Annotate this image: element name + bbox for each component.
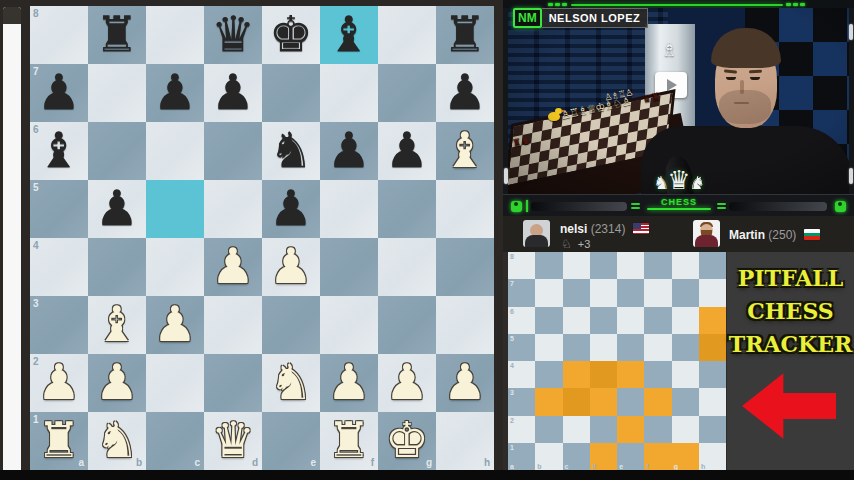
white-piece-b2[interactable]: ♟ <box>88 354 146 412</box>
white-piece-h2[interactable]: ♟ <box>436 354 494 412</box>
black-piece-f6[interactable]: ♟ <box>320 122 378 180</box>
white-piece-a2[interactable]: ♟ <box>30 354 88 412</box>
tracker-square-c3 <box>563 388 590 415</box>
board-square-g7[interactable] <box>378 64 436 122</box>
white-piece-b1[interactable]: ♞ <box>88 412 146 470</box>
frame-edge-light <box>849 168 853 184</box>
board-square-g8[interactable] <box>378 6 436 64</box>
tracker-square-a8: 8 <box>508 252 535 279</box>
black-piece-h7[interactable]: ♟ <box>436 64 494 122</box>
tracker-square-g3 <box>672 388 699 415</box>
black-piece-e6[interactable]: ♞ <box>262 122 320 180</box>
black-piece-g6[interactable]: ♟ <box>378 122 436 180</box>
tracker-square-b5 <box>535 334 562 361</box>
knight-icon: ♘ <box>561 237 572 251</box>
tracker-square-d8 <box>590 252 617 279</box>
tracker-square-f5 <box>644 334 671 361</box>
tracker-square-a1: 1a <box>508 443 535 470</box>
tracker-square-c6 <box>563 307 590 334</box>
tracker-square-f6 <box>644 307 671 334</box>
board-square-b6[interactable] <box>88 122 146 180</box>
green-dash <box>717 203 726 205</box>
board-square-f3[interactable] <box>320 296 378 354</box>
frame-top-bar <box>503 0 854 8</box>
green-indicator <box>786 3 791 6</box>
rank-label: 8 <box>510 253 514 260</box>
webcam-panel: ♗ ♙♗♖♙ ♙♖♗♕♔♗♘♙ ♜♞ ♛♜ <box>503 0 854 216</box>
green-dash <box>717 207 726 209</box>
tracker-square-a7: 7 <box>508 279 535 306</box>
white-piece-g1[interactable]: ♚ <box>378 412 436 470</box>
tracker-square-a3: 3 <box>508 388 535 415</box>
board-square-h4[interactable] <box>436 238 494 296</box>
board-square-c6[interactable] <box>146 122 204 180</box>
tracker-square-c7 <box>563 279 590 306</box>
board-square-a7[interactable]: 7♟ <box>30 64 88 122</box>
board-square-a4[interactable]: 4 <box>30 238 88 296</box>
board-square-c7[interactable]: ♟ <box>146 64 204 122</box>
green-indicator <box>548 3 553 6</box>
us-flag <box>633 223 649 234</box>
file-label: h <box>484 457 490 468</box>
tracker-square-b1: b <box>535 443 562 470</box>
board-square-f5[interactable] <box>320 180 378 238</box>
tracker-square-g4 <box>672 361 699 388</box>
avatar-body <box>695 235 718 247</box>
tracker-square-e8 <box>617 252 644 279</box>
board-square-b4[interactable] <box>88 238 146 296</box>
tracker-square-g6 <box>672 307 699 334</box>
tracker-square-c8 <box>563 252 590 279</box>
board-square-g2[interactable]: ♟ <box>378 354 436 412</box>
green-dash <box>631 207 640 209</box>
tracker-region: 87654321abcdefgh PITFALL CHESS TRACKER <box>503 252 854 470</box>
player-left-rating: (2314) <box>591 222 626 236</box>
black-piece-a6[interactable]: ♝ <box>30 122 88 180</box>
tracker-square-f4 <box>644 361 671 388</box>
board-square-a6[interactable]: 6♝ <box>30 122 88 180</box>
board-square-h2[interactable]: ♟ <box>436 354 494 412</box>
white-piece-d4[interactable]: ♟ <box>204 238 262 296</box>
rank-label: 3 <box>510 389 514 396</box>
tracker-square-h2 <box>699 416 726 443</box>
avatar-body <box>525 235 548 247</box>
bottom-black-bar <box>0 470 854 480</box>
tracker-square-b4 <box>535 361 562 388</box>
green-indicator <box>800 3 805 6</box>
rank-label: 1 <box>510 444 514 451</box>
tracker-square-g5 <box>672 334 699 361</box>
rank-label: 7 <box>510 280 514 287</box>
board-square-c2[interactable] <box>146 354 204 412</box>
board-square-g6[interactable]: ♟ <box>378 122 436 180</box>
tracker-square-d7 <box>590 279 617 306</box>
frame-edge-light <box>504 168 508 184</box>
white-piece-a1[interactable]: ♜ <box>30 412 88 470</box>
white-piece-c3[interactable]: ♟ <box>146 296 204 354</box>
pitfall-tracker-board: 87654321abcdefgh <box>508 252 726 470</box>
green-user-icon <box>835 201 846 212</box>
board-square-g3[interactable] <box>378 296 436 354</box>
board-square-g5[interactable] <box>378 180 436 238</box>
tracker-square-e3 <box>617 388 644 415</box>
board-square-e2[interactable]: ♞ <box>262 354 320 412</box>
board-square-h5[interactable] <box>436 180 494 238</box>
chess-logo: ♞♛♞ CHESS <box>643 167 715 210</box>
black-piece-d8[interactable]: ♛ <box>204 6 262 64</box>
tracker-square-g2 <box>672 416 699 443</box>
title-badge: NM <box>513 8 542 28</box>
queen-icon: ♛ <box>667 167 690 193</box>
board-square-d3[interactable] <box>204 296 262 354</box>
players-bar: nelsi (2314) ♘+3 Martin (250) <box>503 216 854 252</box>
tracker-square-f1: f <box>644 443 671 470</box>
streamer-name: NELSON LOPEZ <box>542 8 649 28</box>
title-line-2: CHESS <box>727 295 854 328</box>
board-square-d4[interactable]: ♟ <box>204 238 262 296</box>
title-line-3: TRACKER <box>727 328 854 361</box>
black-piece-d7[interactable]: ♟ <box>204 64 262 122</box>
white-piece-h6[interactable]: ♝ <box>436 122 494 180</box>
board-square-e1[interactable]: e <box>262 412 320 470</box>
knight-icon: ♞ <box>689 170 705 196</box>
tracker-square-e7 <box>617 279 644 306</box>
tracker-square-b8 <box>535 252 562 279</box>
board-square-e5[interactable]: ♟ <box>262 180 320 238</box>
tracker-square-h6 <box>699 307 726 334</box>
player-right-rating: (250) <box>768 228 796 242</box>
board-square-e8[interactable]: ♚ <box>262 6 320 64</box>
tracker-square-b2 <box>535 416 562 443</box>
frame-edge-light <box>849 24 853 40</box>
tracker-square-f7 <box>644 279 671 306</box>
board-square-h7[interactable]: ♟ <box>436 64 494 122</box>
rank-label: 5 <box>33 182 39 193</box>
logo-glow-line <box>647 208 711 210</box>
tracker-square-a5: 5 <box>508 334 535 361</box>
tracker-square-b3 <box>535 388 562 415</box>
white-piece-e4[interactable]: ♟ <box>262 238 320 296</box>
black-piece-e8[interactable]: ♚ <box>262 6 320 64</box>
tracker-square-f2 <box>644 416 671 443</box>
board-square-b1[interactable]: b♞ <box>88 412 146 470</box>
tracker-square-a6: 6 <box>508 307 535 334</box>
rank-label: 6 <box>510 308 514 315</box>
black-piece-h8[interactable]: ♜ <box>436 6 494 64</box>
white-piece-f1[interactable]: ♜ <box>320 412 378 470</box>
tracker-square-d6 <box>590 307 617 334</box>
tracker-title: PITFALL CHESS TRACKER <box>727 262 854 361</box>
green-indicator <box>793 3 798 6</box>
green-tick <box>526 200 528 212</box>
tracker-square-d3 <box>590 388 617 415</box>
file-label: e <box>310 457 316 468</box>
black-piece-f8[interactable]: ♝ <box>320 6 378 64</box>
file-label: c <box>194 457 200 468</box>
board-square-h1[interactable]: h <box>436 412 494 470</box>
eval-black-portion <box>3 7 21 24</box>
board-square-b7[interactable] <box>88 64 146 122</box>
board-square-e7[interactable] <box>262 64 320 122</box>
board-square-d2[interactable] <box>204 354 262 412</box>
tracker-square-d2 <box>590 416 617 443</box>
board-square-g4[interactable] <box>378 238 436 296</box>
logo-text: CHESS <box>643 197 715 207</box>
board-square-d1[interactable]: d♛ <box>204 412 262 470</box>
tracker-square-c1: c <box>563 443 590 470</box>
delta-value: +3 <box>578 238 591 250</box>
board-square-c8[interactable] <box>146 6 204 64</box>
board-square-g1[interactable]: g♚ <box>378 412 436 470</box>
white-piece-f2[interactable]: ♟ <box>320 354 378 412</box>
tracker-square-h1: h <box>699 443 726 470</box>
player-left-name: nelsi <box>560 222 587 236</box>
board-square-b5[interactable]: ♟ <box>88 180 146 238</box>
tracker-square-a4: 4 <box>508 361 535 388</box>
chess-board[interactable]: 8♜♛♚♝♜7♟♟♟♟6♝♞♟♟♝5♟♟4♟♟3♝♟2♟♟♞♟♟♟1a♜b♞cd… <box>30 6 494 470</box>
green-glow-line <box>571 4 783 6</box>
evaluation-bar: 6.3 <box>3 7 21 480</box>
tracker-square-e6 <box>617 307 644 334</box>
player-right-name: Martin <box>729 228 765 242</box>
rating-delta: ♘+3 <box>561 237 590 251</box>
board-square-h6[interactable]: ♝ <box>436 122 494 180</box>
frame-slot <box>531 202 627 211</box>
stream-frame: 6.3 8♜♛♚♝♜7♟♟♟♟6♝♞♟♟♝5♟♟4♟♟3♝♟2♟♟♞♟♟♟1a♜… <box>0 0 854 480</box>
black-piece-b8[interactable]: ♜ <box>88 6 146 64</box>
rank-label: 3 <box>33 298 39 309</box>
logo-pieces: ♞♛♞ <box>643 167 715 197</box>
tracker-square-e1: e <box>617 443 644 470</box>
tracker-square-c2 <box>563 416 590 443</box>
board-square-e4[interactable]: ♟ <box>262 238 320 296</box>
tracker-square-h8 <box>699 252 726 279</box>
tracker-square-g8 <box>672 252 699 279</box>
avatar-nelsi[interactable] <box>523 220 550 247</box>
tracker-square-e4 <box>617 361 644 388</box>
board-square-h3[interactable] <box>436 296 494 354</box>
board-square-c5[interactable] <box>146 180 204 238</box>
green-dash <box>631 203 640 205</box>
board-square-f7[interactable] <box>320 64 378 122</box>
tracker-square-c4 <box>563 361 590 388</box>
player-right-name-line[interactable]: Martin (250) <box>729 228 820 242</box>
board-square-b2[interactable]: ♟ <box>88 354 146 412</box>
green-indicator <box>562 3 567 6</box>
tracker-square-e2 <box>617 416 644 443</box>
board-square-e3[interactable] <box>262 296 320 354</box>
tracker-square-b7 <box>535 279 562 306</box>
tracker-square-d4 <box>590 361 617 388</box>
white-piece-b3[interactable]: ♝ <box>88 296 146 354</box>
title-line-1: PITFALL <box>727 262 854 295</box>
avatar-martin[interactable] <box>693 220 720 247</box>
board-square-c4[interactable] <box>146 238 204 296</box>
green-indicator <box>555 3 560 6</box>
tracker-square-f3 <box>644 388 671 415</box>
tracker-square-g7 <box>672 279 699 306</box>
rank-label: 4 <box>33 240 39 251</box>
tracker-square-d1: d <box>590 443 617 470</box>
tracker-square-d5 <box>590 334 617 361</box>
board-square-d7[interactable]: ♟ <box>204 64 262 122</box>
tracker-square-h3 <box>699 388 726 415</box>
board-square-f8[interactable]: ♝ <box>320 6 378 64</box>
board-square-f6[interactable]: ♟ <box>320 122 378 180</box>
board-square-c3[interactable]: ♟ <box>146 296 204 354</box>
board-square-h8[interactable]: ♜ <box>436 6 494 64</box>
board-square-f1[interactable]: f♜ <box>320 412 378 470</box>
board-square-a3[interactable]: 3 <box>30 296 88 354</box>
black-piece-b5[interactable]: ♟ <box>88 180 146 238</box>
streamer-name-tag: NM NELSON LOPEZ <box>513 8 648 28</box>
white-piece-g2[interactable]: ♟ <box>378 354 436 412</box>
black-piece-c7[interactable]: ♟ <box>146 64 204 122</box>
tracker-square-h5 <box>699 334 726 361</box>
board-square-a1[interactable]: 1a♜ <box>30 412 88 470</box>
tracker-square-f8 <box>644 252 671 279</box>
tracker-square-g1: g <box>672 443 699 470</box>
board-square-d8[interactable]: ♛ <box>204 6 262 64</box>
frame-bottom-bar: ♞♛♞ CHESS <box>503 194 854 217</box>
white-piece-d1[interactable]: ♛ <box>204 412 262 470</box>
white-piece-e2[interactable]: ♞ <box>262 354 320 412</box>
board-square-d5[interactable] <box>204 180 262 238</box>
tracker-square-h7 <box>699 279 726 306</box>
board-square-c1[interactable]: c <box>146 412 204 470</box>
tracker-square-c5 <box>563 334 590 361</box>
tracker-square-b6 <box>535 307 562 334</box>
player-left-name-line[interactable]: nelsi (2314) <box>560 222 649 236</box>
board-square-f2[interactable]: ♟ <box>320 354 378 412</box>
rank-label: 8 <box>33 8 39 19</box>
board-square-b3[interactable]: ♝ <box>88 296 146 354</box>
board-square-b8[interactable]: ♜ <box>88 6 146 64</box>
promo-panel: PITFALL CHESS TRACKER <box>727 252 854 470</box>
board-square-a2[interactable]: 2♟ <box>30 354 88 412</box>
board-square-e6[interactable]: ♞ <box>262 122 320 180</box>
board-square-a8[interactable]: 8 <box>30 6 88 64</box>
tracker-square-a2: 2 <box>508 416 535 443</box>
rank-label: 4 <box>510 362 514 369</box>
tracker-square-h4 <box>699 361 726 388</box>
tracker-square-e5 <box>617 334 644 361</box>
board-square-a5[interactable]: 5 <box>30 180 88 238</box>
rank-label: 2 <box>510 417 514 424</box>
frame-slot <box>729 202 827 211</box>
bulgaria-flag <box>804 229 820 240</box>
board-square-f4[interactable] <box>320 238 378 296</box>
black-piece-a7[interactable]: ♟ <box>30 64 88 122</box>
board-square-d6[interactable] <box>204 122 262 180</box>
green-user-icon <box>511 201 522 212</box>
black-piece-e5[interactable]: ♟ <box>262 180 320 238</box>
left-arrow-icon <box>742 372 836 440</box>
rank-label: 5 <box>510 335 514 342</box>
